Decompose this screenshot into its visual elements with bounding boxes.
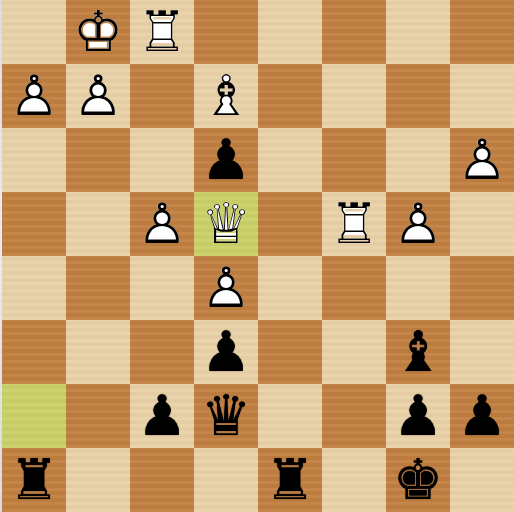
square-g5[interactable]: ♟♙ — [386, 192, 450, 256]
square-f4[interactable] — [322, 256, 386, 320]
white-pawn-outline: ♙ — [66, 65, 130, 129]
square-e2[interactable] — [258, 384, 322, 448]
white-rook-outline: ♖ — [322, 193, 386, 257]
black-pawn[interactable]: ♟ — [130, 384, 194, 448]
square-e8[interactable] — [258, 0, 322, 64]
square-a3[interactable] — [2, 320, 66, 384]
white-pawn[interactable]: ♟♙ — [386, 192, 450, 256]
square-g1[interactable]: ♚ — [386, 448, 450, 512]
white-pawn[interactable]: ♟♙ — [2, 64, 66, 128]
square-h5[interactable] — [450, 192, 514, 256]
white-bishop-outline: ♗ — [194, 65, 258, 129]
black-pawn-glyph: ♟ — [194, 321, 258, 385]
square-f7[interactable] — [322, 64, 386, 128]
black-king-glyph: ♚ — [386, 449, 450, 512]
white-king-outline: ♔ — [66, 1, 130, 65]
white-rook[interactable]: ♜♖ — [322, 192, 386, 256]
square-c1[interactable] — [130, 448, 194, 512]
square-f2[interactable] — [322, 384, 386, 448]
black-rook[interactable]: ♜ — [2, 448, 66, 512]
black-pawn[interactable]: ♟ — [386, 384, 450, 448]
black-rook[interactable]: ♜ — [258, 448, 322, 512]
square-h4[interactable] — [450, 256, 514, 320]
square-g7[interactable] — [386, 64, 450, 128]
white-rook-outline: ♖ — [130, 1, 194, 65]
square-d5-lastmove-highlight[interactable]: ♛♕ — [194, 192, 258, 256]
square-a2-lastmove-highlight[interactable] — [2, 384, 66, 448]
white-pawn-outline: ♙ — [194, 257, 258, 321]
square-b3[interactable] — [66, 320, 130, 384]
white-pawn-outline: ♙ — [130, 193, 194, 257]
white-pawn-outline: ♙ — [386, 193, 450, 257]
square-e7[interactable] — [258, 64, 322, 128]
square-d3[interactable]: ♟ — [194, 320, 258, 384]
square-f3[interactable] — [322, 320, 386, 384]
square-e5[interactable] — [258, 192, 322, 256]
square-c5[interactable]: ♟♙ — [130, 192, 194, 256]
square-h8[interactable] — [450, 0, 514, 64]
black-pawn-glyph: ♟ — [194, 129, 258, 193]
square-d1[interactable] — [194, 448, 258, 512]
black-pawn-glyph: ♟ — [130, 385, 194, 449]
square-c6[interactable] — [130, 128, 194, 192]
square-a7[interactable]: ♟♙ — [2, 64, 66, 128]
square-c7[interactable] — [130, 64, 194, 128]
black-rook-glyph: ♜ — [258, 449, 322, 512]
square-a5[interactable] — [2, 192, 66, 256]
black-queen[interactable]: ♛ — [194, 384, 258, 448]
white-pawn[interactable]: ♟♙ — [130, 192, 194, 256]
square-d4[interactable]: ♟♙ — [194, 256, 258, 320]
black-pawn-glyph: ♟ — [450, 385, 514, 449]
square-g3[interactable]: ♝ — [386, 320, 450, 384]
square-d2[interactable]: ♛ — [194, 384, 258, 448]
black-bishop[interactable]: ♝ — [386, 320, 450, 384]
square-g4[interactable] — [386, 256, 450, 320]
square-a4[interactable] — [2, 256, 66, 320]
square-h6[interactable]: ♟♙ — [450, 128, 514, 192]
square-f1[interactable] — [322, 448, 386, 512]
square-h1[interactable] — [450, 448, 514, 512]
square-e6[interactable] — [258, 128, 322, 192]
white-queen[interactable]: ♛♕ — [194, 192, 258, 256]
black-pawn[interactable]: ♟ — [450, 384, 514, 448]
square-c2[interactable]: ♟ — [130, 384, 194, 448]
square-f8[interactable] — [322, 0, 386, 64]
black-pawn-glyph: ♟ — [386, 385, 450, 449]
square-a1[interactable]: ♜ — [2, 448, 66, 512]
square-c4[interactable] — [130, 256, 194, 320]
square-e3[interactable] — [258, 320, 322, 384]
square-b1[interactable] — [66, 448, 130, 512]
square-g8[interactable] — [386, 0, 450, 64]
square-h7[interactable] — [450, 64, 514, 128]
square-h2[interactable]: ♟ — [450, 384, 514, 448]
square-b2[interactable] — [66, 384, 130, 448]
white-pawn[interactable]: ♟♙ — [194, 256, 258, 320]
square-g2[interactable]: ♟ — [386, 384, 450, 448]
black-pawn[interactable]: ♟ — [194, 128, 258, 192]
square-b8[interactable]: ♚♔ — [66, 0, 130, 64]
white-rook[interactable]: ♜♖ — [130, 0, 194, 64]
black-rook-glyph: ♜ — [2, 449, 66, 512]
black-bishop-glyph: ♝ — [386, 321, 450, 385]
square-h3[interactable] — [450, 320, 514, 384]
square-b4[interactable] — [66, 256, 130, 320]
square-e4[interactable] — [258, 256, 322, 320]
square-g6[interactable] — [386, 128, 450, 192]
white-pawn[interactable]: ♟♙ — [66, 64, 130, 128]
white-pawn-outline: ♙ — [450, 129, 514, 193]
square-b5[interactable] — [66, 192, 130, 256]
square-c8[interactable]: ♜♖ — [130, 0, 194, 64]
square-f5[interactable]: ♜♖ — [322, 192, 386, 256]
square-f6[interactable] — [322, 128, 386, 192]
white-pawn[interactable]: ♟♙ — [450, 128, 514, 192]
white-king[interactable]: ♚♔ — [66, 0, 130, 64]
square-a8[interactable] — [2, 0, 66, 64]
square-a6[interactable] — [2, 128, 66, 192]
square-d8[interactable] — [194, 0, 258, 64]
black-queen-glyph: ♛ — [194, 385, 258, 449]
square-c3[interactable] — [130, 320, 194, 384]
square-b6[interactable] — [66, 128, 130, 192]
square-e1[interactable]: ♜ — [258, 448, 322, 512]
black-king[interactable]: ♚ — [386, 448, 450, 512]
square-d6[interactable]: ♟ — [194, 128, 258, 192]
white-bishop[interactable]: ♝♗ — [194, 64, 258, 128]
chess-board: ♚♔♜♖♟♙♟♙♝♗♟♟♙♟♙♛♕♜♖♟♙♟♙♟♝♟♛♟♟♜♜♚ — [2, 0, 514, 512]
square-b7[interactable]: ♟♙ — [66, 64, 130, 128]
black-pawn[interactable]: ♟ — [194, 320, 258, 384]
white-pawn-outline: ♙ — [2, 65, 66, 129]
white-queen-outline: ♕ — [194, 193, 258, 257]
square-d7[interactable]: ♝♗ — [194, 64, 258, 128]
